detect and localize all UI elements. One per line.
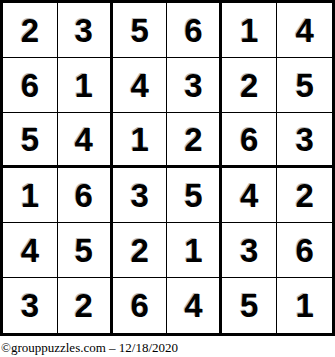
cell-r4c4: 5 [167,168,222,223]
cell-r1c3: 5 [113,3,168,58]
cell-r3c2: 4 [58,113,113,168]
cell-r2c6: 5 [277,58,332,113]
cell-r4c1: 1 [3,168,58,223]
cell-r5c1: 4 [3,223,58,278]
cell-r1c2: 3 [58,3,113,58]
cell-r6c5: 5 [222,278,277,333]
cell-r2c3: 4 [113,58,168,113]
cell-r6c3: 6 [113,278,168,333]
copyright-credit: ©grouppuzzles.com – 12/18/2020 [1,340,335,356]
cell-r5c6: 6 [277,223,332,278]
cell-r3c3: 1 [113,113,168,168]
cell-r5c5: 3 [222,223,277,278]
cell-r2c5: 2 [222,58,277,113]
cell-r4c5: 4 [222,168,277,223]
cell-r4c2: 6 [58,168,113,223]
cell-r2c1: 6 [3,58,58,113]
cell-r4c3: 3 [113,168,168,223]
cell-r3c4: 2 [167,113,222,168]
cell-r6c2: 2 [58,278,113,333]
cell-r2c4: 3 [167,58,222,113]
cell-r6c1: 3 [3,278,58,333]
cell-r3c5: 6 [222,113,277,168]
cell-r3c1: 5 [3,113,58,168]
cell-r2c2: 1 [58,58,113,113]
cell-r1c4: 6 [167,3,222,58]
cell-r1c5: 1 [222,3,277,58]
sudoku-grid: 235614614325541263163542452136326451 [0,0,335,336]
cell-r6c6: 1 [277,278,332,333]
sudoku-board: 235614614325541263163542452136326451 ©gr… [0,0,335,356]
cell-r5c2: 5 [58,223,113,278]
cell-r6c4: 4 [167,278,222,333]
cell-r1c1: 2 [3,3,58,58]
cell-r5c4: 1 [167,223,222,278]
cell-r4c6: 2 [277,168,332,223]
cell-r3c6: 3 [277,113,332,168]
cell-r1c6: 4 [277,3,332,58]
cell-r5c3: 2 [113,223,168,278]
